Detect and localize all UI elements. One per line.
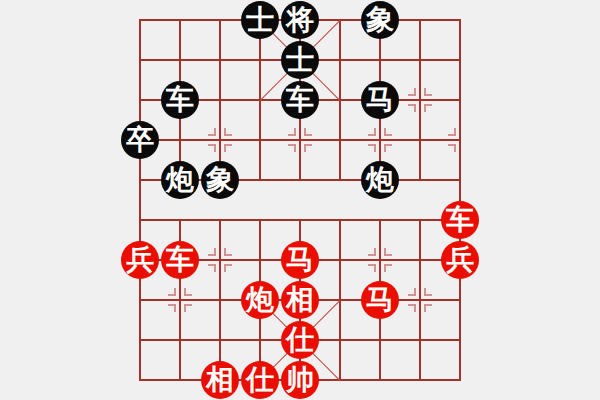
piece-black-general[interactable]: 将	[281, 1, 319, 39]
piece-red-soldier[interactable]: 兵	[121, 241, 159, 279]
piece-black-advisor[interactable]: 士	[241, 1, 279, 39]
piece-black-chariot[interactable]: 车	[281, 81, 319, 119]
pieces: 士将象士车车马卒炮象炮车兵车马兵炮相马仕相仕帅	[0, 0, 600, 400]
piece-black-elephant[interactable]: 象	[361, 1, 399, 39]
piece-black-advisor[interactable]: 士	[281, 41, 319, 79]
piece-black-cannon[interactable]: 炮	[361, 161, 399, 199]
piece-red-chariot[interactable]: 车	[161, 241, 199, 279]
piece-red-chariot[interactable]: 车	[441, 201, 479, 239]
piece-red-cannon[interactable]: 炮	[241, 281, 279, 319]
piece-red-soldier[interactable]: 兵	[441, 241, 479, 279]
piece-red-horse[interactable]: 马	[281, 241, 319, 279]
piece-red-advisor[interactable]: 仕	[281, 321, 319, 359]
piece-black-soldier[interactable]: 卒	[121, 121, 159, 159]
piece-red-advisor[interactable]: 仕	[241, 361, 279, 399]
piece-black-cannon[interactable]: 炮	[161, 161, 199, 199]
piece-red-elephant[interactable]: 相	[281, 281, 319, 319]
piece-black-elephant[interactable]: 象	[201, 161, 239, 199]
xiangqi-board: 士将象士车车马卒炮象炮车兵车马兵炮相马仕相仕帅	[0, 0, 600, 400]
piece-red-general[interactable]: 帅	[281, 361, 319, 399]
piece-black-horse[interactable]: 马	[361, 81, 399, 119]
piece-black-chariot[interactable]: 车	[161, 81, 199, 119]
piece-red-horse[interactable]: 马	[361, 281, 399, 319]
piece-red-elephant[interactable]: 相	[201, 361, 239, 399]
